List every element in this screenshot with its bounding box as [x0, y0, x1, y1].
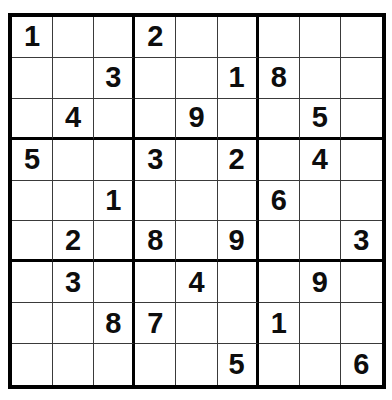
cell-r4c5-empty[interactable]: [176, 140, 217, 181]
cell-r8c9-empty[interactable]: [341, 303, 382, 344]
cell-r3c6-empty[interactable]: [218, 99, 259, 140]
cell-r4c8-given[interactable]: 4: [300, 140, 341, 181]
cell-r8c1-empty[interactable]: [12, 303, 53, 344]
cell-r2c8-empty[interactable]: [300, 58, 341, 99]
cell-r1c8-empty[interactable]: [300, 17, 341, 58]
cell-r9c3-empty[interactable]: [94, 344, 135, 385]
cell-r7c4-empty[interactable]: [135, 262, 176, 303]
cell-r1c5-empty[interactable]: [176, 17, 217, 58]
cell-r3c9-empty[interactable]: [341, 99, 382, 140]
cell-r1c9-empty[interactable]: [341, 17, 382, 58]
cell-r4c4-given[interactable]: 3: [135, 140, 176, 181]
cell-r9c6-given[interactable]: 5: [218, 344, 259, 385]
cell-r7c2-given[interactable]: 3: [53, 262, 94, 303]
cell-r6c5-empty[interactable]: [176, 221, 217, 262]
cell-r2c7-given[interactable]: 8: [259, 58, 300, 99]
cell-r6c2-given[interactable]: 2: [53, 221, 94, 262]
cell-r5c9-empty[interactable]: [341, 181, 382, 222]
cell-r3c8-given[interactable]: 5: [300, 99, 341, 140]
cell-r7c5-given[interactable]: 4: [176, 262, 217, 303]
cell-r8c3-given[interactable]: 8: [94, 303, 135, 344]
cell-r2c3-given[interactable]: 3: [94, 58, 135, 99]
cell-r6c6-given[interactable]: 9: [218, 221, 259, 262]
cell-r2c6-given[interactable]: 1: [218, 58, 259, 99]
cell-r7c8-given[interactable]: 9: [300, 262, 341, 303]
cell-r5c4-empty[interactable]: [135, 181, 176, 222]
cell-r7c7-empty[interactable]: [259, 262, 300, 303]
cell-r8c5-empty[interactable]: [176, 303, 217, 344]
cell-r4c2-empty[interactable]: [53, 140, 94, 181]
cell-r8c8-empty[interactable]: [300, 303, 341, 344]
cell-r5c6-empty[interactable]: [218, 181, 259, 222]
cell-r4c1-given[interactable]: 5: [12, 140, 53, 181]
cell-r9c4-empty[interactable]: [135, 344, 176, 385]
cell-r1c4-given[interactable]: 2: [135, 17, 176, 58]
cell-r6c9-given[interactable]: 3: [341, 221, 382, 262]
cell-r8c7-given[interactable]: 1: [259, 303, 300, 344]
cell-r1c2-empty[interactable]: [53, 17, 94, 58]
cell-r3c2-given[interactable]: 4: [53, 99, 94, 140]
cell-r6c7-empty[interactable]: [259, 221, 300, 262]
page: 12318495532416289334987156: [0, 0, 392, 400]
cell-r9c8-empty[interactable]: [300, 344, 341, 385]
cell-r7c1-empty[interactable]: [12, 262, 53, 303]
cell-r2c9-empty[interactable]: [341, 58, 382, 99]
cell-r5c5-empty[interactable]: [176, 181, 217, 222]
cell-r1c3-empty[interactable]: [94, 17, 135, 58]
cell-r8c2-empty[interactable]: [53, 303, 94, 344]
cell-r3c3-empty[interactable]: [94, 99, 135, 140]
cell-r1c7-empty[interactable]: [259, 17, 300, 58]
cell-r8c4-given[interactable]: 7: [135, 303, 176, 344]
cell-r7c3-empty[interactable]: [94, 262, 135, 303]
cell-r3c5-given[interactable]: 9: [176, 99, 217, 140]
cell-r3c4-empty[interactable]: [135, 99, 176, 140]
cell-r5c2-empty[interactable]: [53, 181, 94, 222]
cell-r7c9-empty[interactable]: [341, 262, 382, 303]
sudoku-board: 12318495532416289334987156: [8, 13, 386, 389]
cell-r4c7-empty[interactable]: [259, 140, 300, 181]
cell-r7c6-empty[interactable]: [218, 262, 259, 303]
cell-r4c6-given[interactable]: 2: [218, 140, 259, 181]
cell-r2c5-empty[interactable]: [176, 58, 217, 99]
cell-r1c6-empty[interactable]: [218, 17, 259, 58]
cell-r9c1-empty[interactable]: [12, 344, 53, 385]
cell-r4c3-empty[interactable]: [94, 140, 135, 181]
cell-r2c1-empty[interactable]: [12, 58, 53, 99]
cell-r9c5-empty[interactable]: [176, 344, 217, 385]
cell-r5c1-empty[interactable]: [12, 181, 53, 222]
cell-r6c3-empty[interactable]: [94, 221, 135, 262]
cell-r9c2-empty[interactable]: [53, 344, 94, 385]
cell-r6c8-empty[interactable]: [300, 221, 341, 262]
cell-r3c1-empty[interactable]: [12, 99, 53, 140]
cell-r2c2-empty[interactable]: [53, 58, 94, 99]
cell-r6c1-empty[interactable]: [12, 221, 53, 262]
cell-r6c4-given[interactable]: 8: [135, 221, 176, 262]
cell-r5c3-given[interactable]: 1: [94, 181, 135, 222]
cell-r3c7-empty[interactable]: [259, 99, 300, 140]
cell-r8c6-empty[interactable]: [218, 303, 259, 344]
cell-r9c7-empty[interactable]: [259, 344, 300, 385]
cell-r9c9-given[interactable]: 6: [341, 344, 382, 385]
cell-r4c9-empty[interactable]: [341, 140, 382, 181]
cell-r5c8-empty[interactable]: [300, 181, 341, 222]
cell-r2c4-empty[interactable]: [135, 58, 176, 99]
cell-r1c1-given[interactable]: 1: [12, 17, 53, 58]
cell-r5c7-given[interactable]: 6: [259, 181, 300, 222]
